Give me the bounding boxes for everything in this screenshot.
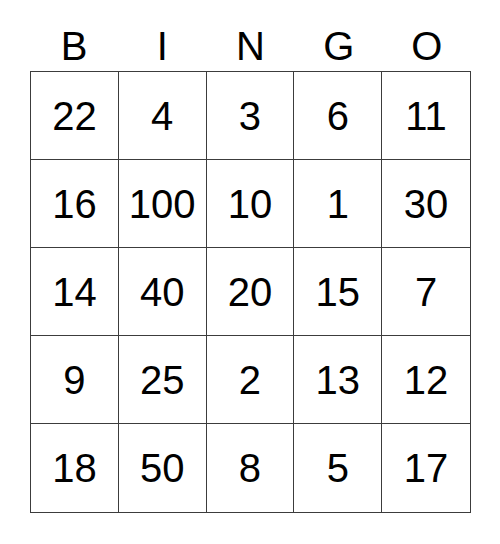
bingo-cell[interactable]: 14 xyxy=(31,248,119,336)
bingo-cell[interactable]: 4 xyxy=(119,72,207,160)
bingo-column-letter-n: N xyxy=(206,20,294,71)
bingo-cell[interactable]: 1 xyxy=(294,160,382,248)
bingo-cell[interactable]: 12 xyxy=(382,336,470,424)
bingo-cell[interactable]: 50 xyxy=(119,424,207,512)
bingo-cell[interactable]: 6 xyxy=(294,72,382,160)
bingo-header-row: B I N G O xyxy=(30,0,471,71)
bingo-cell[interactable]: 100 xyxy=(119,160,207,248)
bingo-column-letter-i: I xyxy=(118,20,206,71)
bingo-cell[interactable]: 20 xyxy=(207,248,295,336)
bingo-cell[interactable]: 25 xyxy=(119,336,207,424)
bingo-cell[interactable]: 18 xyxy=(31,424,119,512)
bingo-card: B I N G O 22 4 3 6 11 16 100 10 1 30 14 … xyxy=(0,0,500,544)
bingo-cell[interactable]: 9 xyxy=(31,336,119,424)
bingo-cell[interactable]: 30 xyxy=(382,160,470,248)
bingo-column-letter-o: O xyxy=(383,20,471,71)
bingo-cell[interactable]: 22 xyxy=(31,72,119,160)
bingo-column-letter-g: G xyxy=(295,20,383,71)
bingo-cell[interactable]: 5 xyxy=(294,424,382,512)
bingo-cell[interactable]: 11 xyxy=(382,72,470,160)
bingo-cell[interactable]: 10 xyxy=(207,160,295,248)
bingo-cell[interactable]: 13 xyxy=(294,336,382,424)
bingo-column-letter-b: B xyxy=(30,20,118,71)
bingo-cell[interactable]: 7 xyxy=(382,248,470,336)
bingo-cell[interactable]: 3 xyxy=(207,72,295,160)
bingo-grid: 22 4 3 6 11 16 100 10 1 30 14 40 20 15 7… xyxy=(30,71,471,513)
bingo-cell[interactable]: 40 xyxy=(119,248,207,336)
bingo-cell[interactable]: 2 xyxy=(207,336,295,424)
bingo-cell[interactable]: 17 xyxy=(382,424,470,512)
bingo-cell[interactable]: 16 xyxy=(31,160,119,248)
bingo-cell[interactable]: 15 xyxy=(294,248,382,336)
bingo-cell[interactable]: 8 xyxy=(207,424,295,512)
